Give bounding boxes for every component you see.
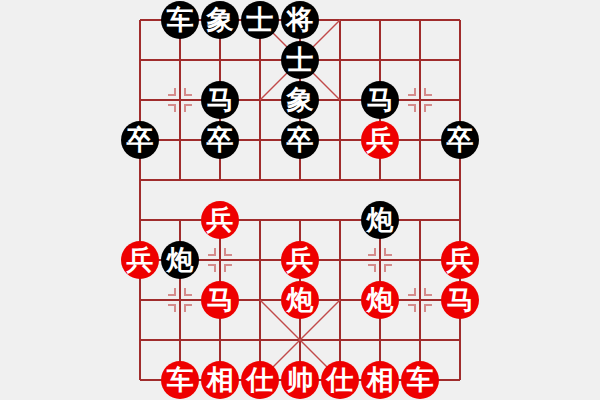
piece-red-chariot[interactable]: 车 [161, 361, 199, 399]
piece-black-soldier[interactable]: 卒 [441, 121, 479, 159]
piece-red-elephant[interactable]: 相 [361, 361, 399, 399]
piece-black-chariot[interactable]: 车 [161, 1, 199, 39]
piece-red-horse[interactable]: 马 [441, 281, 479, 319]
piece-red-soldier[interactable]: 兵 [281, 241, 319, 279]
piece-red-advisor[interactable]: 仕 [321, 361, 359, 399]
board-intersections: 车象士将士马象马卒卒卒兵卒兵炮兵炮兵兵马炮炮马车相仕帅仕相车 [120, 0, 480, 400]
piece-red-horse[interactable]: 马 [201, 281, 239, 319]
piece-black-cannon[interactable]: 炮 [361, 201, 399, 239]
piece-red-cannon[interactable]: 炮 [361, 281, 399, 319]
piece-black-horse[interactable]: 马 [361, 81, 399, 119]
piece-black-elephant[interactable]: 象 [201, 1, 239, 39]
piece-red-cannon[interactable]: 炮 [281, 281, 319, 319]
piece-black-elephant[interactable]: 象 [281, 81, 319, 119]
piece-black-soldier[interactable]: 卒 [121, 121, 159, 159]
piece-black-soldier[interactable]: 卒 [201, 121, 239, 159]
piece-black-cannon[interactable]: 炮 [161, 241, 199, 279]
piece-black-soldier[interactable]: 卒 [281, 121, 319, 159]
piece-black-advisor[interactable]: 士 [241, 1, 279, 39]
piece-red-elephant[interactable]: 相 [201, 361, 239, 399]
piece-red-chariot[interactable]: 车 [401, 361, 439, 399]
piece-red-soldier[interactable]: 兵 [441, 241, 479, 279]
piece-red-soldier[interactable]: 兵 [361, 121, 399, 159]
piece-red-soldier[interactable]: 兵 [121, 241, 159, 279]
piece-black-horse[interactable]: 马 [201, 81, 239, 119]
piece-black-advisor[interactable]: 士 [281, 41, 319, 79]
xiangqi-board: 车象士将士马象马卒卒卒兵卒兵炮兵炮兵兵马炮炮马车相仕帅仕相车 [0, 0, 600, 400]
piece-red-advisor[interactable]: 仕 [241, 361, 279, 399]
piece-black-general[interactable]: 将 [281, 1, 319, 39]
piece-red-soldier[interactable]: 兵 [201, 201, 239, 239]
piece-red-general[interactable]: 帅 [281, 361, 319, 399]
